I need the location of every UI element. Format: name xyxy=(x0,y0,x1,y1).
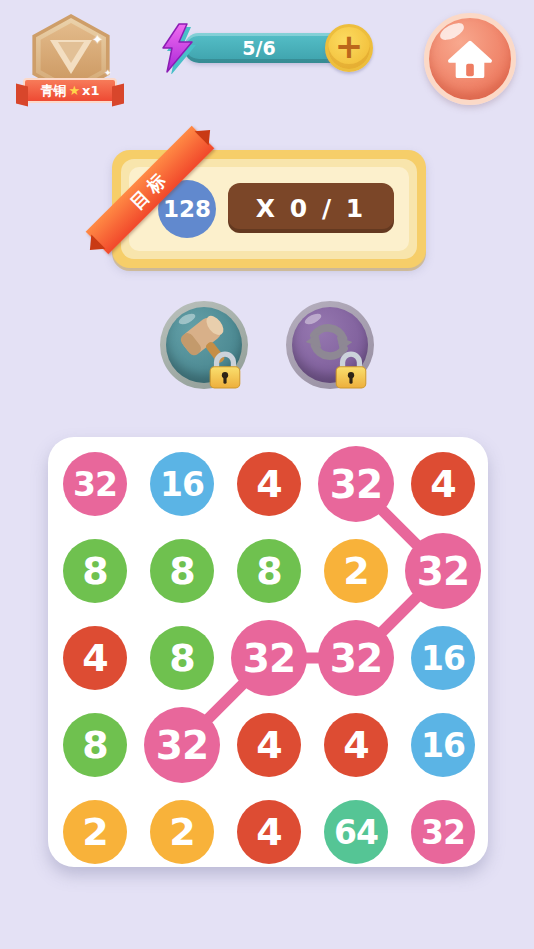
tile-r4c3[interactable]: 4 xyxy=(237,713,301,777)
plus-icon: + xyxy=(335,29,364,63)
game-board[interactable]: 321643248882324832321683244162246432 xyxy=(48,437,488,867)
app-screen: ✦ ✦ 青铜 ★ x1 5/6 + xyxy=(0,0,534,949)
lightning-icon xyxy=(156,22,198,74)
tile-r1c2[interactable]: 16 xyxy=(150,452,214,516)
tile-r4c4[interactable]: 4 xyxy=(324,713,388,777)
tile-r3c5[interactable]: 16 xyxy=(411,626,475,690)
sparkle-icon: ✦ xyxy=(92,32,103,47)
star-icon: ★ xyxy=(68,83,80,98)
target-tile-value: 128 xyxy=(163,196,211,222)
target-panel: 目标 128 X 0 / 1 xyxy=(112,150,426,268)
tile-r2c4[interactable]: 2 xyxy=(324,539,388,603)
tile-r1c4[interactable]: 32 xyxy=(318,446,394,522)
badge-ribbon: 青铜 ★ x1 xyxy=(23,78,117,103)
energy-value: 5/6 xyxy=(184,33,334,63)
tile-r5c2[interactable]: 2 xyxy=(150,800,214,864)
tile-r1c5[interactable]: 4 xyxy=(411,452,475,516)
tile-r5c1[interactable]: 2 xyxy=(63,800,127,864)
badge-count-label: x1 xyxy=(82,83,99,98)
target-progress: X 0 / 1 xyxy=(228,183,394,233)
lock-icon xyxy=(333,351,369,389)
energy-bar: 5/6 + xyxy=(148,10,380,86)
tile-r1c1[interactable]: 32 xyxy=(63,452,127,516)
target-progress-label: X 0 / 1 xyxy=(256,194,366,223)
badge-gem-facet xyxy=(58,42,84,63)
tile-r3c4[interactable]: 32 xyxy=(318,620,394,696)
hammer-powerup-button[interactable] xyxy=(160,301,248,389)
tile-r2c2[interactable]: 8 xyxy=(150,539,214,603)
rank-badge: ✦ ✦ 青铜 ★ x1 xyxy=(22,12,122,112)
tile-r4c5[interactable]: 16 xyxy=(411,713,475,777)
shuffle-powerup-button[interactable] xyxy=(286,301,374,389)
tile-r2c5[interactable]: 32 xyxy=(405,533,481,609)
tile-r4c2[interactable]: 32 xyxy=(144,707,220,783)
badge-rank-label: 青铜 xyxy=(40,82,66,100)
lock-icon xyxy=(207,351,243,389)
home-button[interactable] xyxy=(424,13,516,105)
tile-r4c1[interactable]: 8 xyxy=(63,713,127,777)
tile-r3c2[interactable]: 8 xyxy=(150,626,214,690)
tiles-layer: 321643248882324832321683244162246432 xyxy=(48,437,488,867)
tile-r2c3[interactable]: 8 xyxy=(237,539,301,603)
tile-r2c1[interactable]: 8 xyxy=(63,539,127,603)
tile-r5c3[interactable]: 4 xyxy=(237,800,301,864)
tile-r3c3[interactable]: 32 xyxy=(231,620,307,696)
tile-r5c5[interactable]: 32 xyxy=(411,800,475,864)
sparkle-icon: ✦ xyxy=(104,68,112,78)
tile-r1c3[interactable]: 4 xyxy=(237,452,301,516)
tile-r5c4[interactable]: 64 xyxy=(324,800,388,864)
energy-add-button[interactable]: + xyxy=(325,24,373,72)
home-icon xyxy=(447,38,493,80)
tile-r3c1[interactable]: 4 xyxy=(63,626,127,690)
